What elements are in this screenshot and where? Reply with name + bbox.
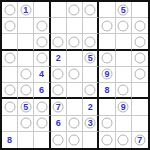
odd-circle-marker bbox=[85, 36, 96, 47]
odd-circle-marker bbox=[101, 53, 112, 64]
cell-r3c6[interactable] bbox=[83, 34, 99, 50]
cell-r5c2[interactable] bbox=[18, 67, 34, 83]
odd-circle-marker bbox=[20, 85, 31, 96]
cell-r1c8[interactable]: 5 bbox=[116, 2, 132, 18]
odd-circle-marker bbox=[85, 85, 96, 96]
odd-circle-marker bbox=[134, 53, 145, 64]
cell-r2c6[interactable] bbox=[83, 18, 99, 34]
given-digit: 5 bbox=[88, 54, 93, 63]
odd-circle-marker bbox=[118, 20, 129, 31]
odd-circle-marker bbox=[69, 4, 80, 15]
cell-r7c5[interactable] bbox=[67, 99, 83, 115]
cell-r1c1[interactable] bbox=[2, 2, 18, 18]
given-digit: 9 bbox=[121, 102, 126, 111]
cell-r4c9[interactable] bbox=[132, 51, 148, 67]
odd-circle-marker bbox=[134, 20, 145, 31]
cell-r1c2[interactable]: 1 bbox=[18, 2, 34, 18]
sudoku-board: 1525496857296387 bbox=[0, 0, 150, 150]
given-digit: 6 bbox=[39, 86, 44, 95]
given-digit: 5 bbox=[121, 5, 126, 14]
cell-r3c7[interactable] bbox=[99, 34, 115, 50]
cell-r4c3[interactable] bbox=[34, 51, 50, 67]
cell-r2c8[interactable] bbox=[116, 18, 132, 34]
cell-r1c4[interactable] bbox=[51, 2, 67, 18]
odd-circle-marker bbox=[101, 134, 112, 145]
cell-r8c7[interactable] bbox=[99, 116, 115, 132]
cell-r7c4[interactable]: 7 bbox=[51, 99, 67, 115]
cell-r8c9[interactable] bbox=[132, 116, 148, 132]
cell-r5c5[interactable] bbox=[67, 67, 83, 83]
given-digit: 4 bbox=[39, 70, 44, 79]
cell-r8c4[interactable]: 6 bbox=[51, 116, 67, 132]
cell-r5c7[interactable]: 9 bbox=[99, 67, 115, 83]
odd-circle-marker bbox=[101, 118, 112, 129]
cell-r4c4[interactable]: 2 bbox=[51, 51, 67, 67]
cell-r6c6[interactable] bbox=[83, 83, 99, 99]
given-digit: 3 bbox=[88, 119, 93, 128]
cell-r5c4[interactable] bbox=[51, 67, 67, 83]
given-digit: 9 bbox=[104, 70, 109, 79]
odd-circle-marker bbox=[36, 118, 47, 129]
cell-r1c7[interactable] bbox=[99, 2, 115, 18]
cell-r7c9[interactable] bbox=[132, 99, 148, 115]
cell-r9c3[interactable] bbox=[34, 132, 50, 148]
cell-r7c1[interactable] bbox=[2, 99, 18, 115]
cell-r2c2[interactable] bbox=[18, 18, 34, 34]
cell-r4c5[interactable] bbox=[67, 51, 83, 67]
given-digit: 2 bbox=[88, 102, 93, 111]
cell-r5c9[interactable] bbox=[132, 67, 148, 83]
given-digit: 5 bbox=[23, 102, 28, 111]
cell-r4c6[interactable]: 5 bbox=[83, 51, 99, 67]
cell-r8c6[interactable]: 3 bbox=[83, 116, 99, 132]
cell-r4c1[interactable] bbox=[2, 51, 18, 67]
given-digit: 7 bbox=[56, 102, 61, 111]
cell-r4c7[interactable] bbox=[99, 51, 115, 67]
cell-r8c2[interactable] bbox=[18, 116, 34, 132]
given-digit: 8 bbox=[104, 86, 109, 95]
odd-circle-marker bbox=[134, 36, 145, 47]
cell-r9c7[interactable] bbox=[99, 132, 115, 148]
cell-r3c5[interactable] bbox=[67, 34, 83, 50]
given-digit: 6 bbox=[56, 119, 61, 128]
odd-circle-marker bbox=[36, 101, 47, 112]
odd-circle-marker bbox=[4, 20, 15, 31]
cell-r3c1[interactable] bbox=[2, 34, 18, 50]
cell-r2c3[interactable] bbox=[34, 18, 50, 34]
odd-circle-marker bbox=[20, 69, 31, 80]
cell-r3c3[interactable] bbox=[34, 34, 50, 50]
cell-r5c3[interactable]: 4 bbox=[34, 67, 50, 83]
cell-r6c4[interactable] bbox=[51, 83, 67, 99]
cell-r6c3[interactable]: 6 bbox=[34, 83, 50, 99]
cell-r7c6[interactable]: 2 bbox=[83, 99, 99, 115]
cell-r7c8[interactable]: 9 bbox=[116, 99, 132, 115]
cell-r3c4[interactable] bbox=[51, 34, 67, 50]
cell-r6c7[interactable]: 8 bbox=[99, 83, 115, 99]
cell-r4c2[interactable] bbox=[18, 51, 34, 67]
odd-circle-marker bbox=[53, 85, 64, 96]
cell-r1c3[interactable] bbox=[34, 2, 50, 18]
cell-r4c8[interactable] bbox=[116, 51, 132, 67]
cell-r9c4[interactable] bbox=[51, 132, 67, 148]
cell-r7c3[interactable] bbox=[34, 99, 50, 115]
cell-r5c6[interactable] bbox=[83, 67, 99, 83]
cell-r3c2[interactable] bbox=[18, 34, 34, 50]
cell-r2c1[interactable] bbox=[2, 18, 18, 34]
odd-circle-marker bbox=[101, 20, 112, 31]
cell-r9c9[interactable]: 7 bbox=[132, 132, 148, 148]
cell-r5c8[interactable] bbox=[116, 67, 132, 83]
cell-r8c3[interactable] bbox=[34, 116, 50, 132]
cell-r2c7[interactable] bbox=[99, 18, 115, 34]
odd-circle-marker bbox=[53, 134, 64, 145]
odd-circle-marker bbox=[118, 134, 129, 145]
odd-circle-marker bbox=[53, 69, 64, 80]
cell-r8c5[interactable] bbox=[67, 116, 83, 132]
cell-r2c5[interactable] bbox=[67, 18, 83, 34]
odd-circle-marker bbox=[36, 36, 47, 47]
odd-circle-marker bbox=[20, 118, 31, 129]
cell-r6c9[interactable] bbox=[132, 83, 148, 99]
given-digit: 7 bbox=[137, 135, 142, 144]
given-digit: 2 bbox=[56, 54, 61, 63]
odd-circle-marker bbox=[36, 20, 47, 31]
odd-circle-marker bbox=[53, 36, 64, 47]
odd-circle-marker bbox=[69, 36, 80, 47]
odd-circle-marker bbox=[69, 69, 80, 80]
odd-circle-marker bbox=[4, 101, 15, 112]
cell-r2c4[interactable] bbox=[51, 18, 67, 34]
cell-r1c5[interactable] bbox=[67, 2, 83, 18]
cell-r8c8[interactable] bbox=[116, 116, 132, 132]
odd-circle-marker bbox=[36, 53, 47, 64]
odd-circle-marker bbox=[85, 4, 96, 15]
cell-r5c1[interactable] bbox=[2, 67, 18, 83]
cell-r7c7[interactable] bbox=[99, 99, 115, 115]
cell-r9c6[interactable] bbox=[83, 132, 99, 148]
cell-r6c1[interactable] bbox=[2, 83, 18, 99]
cell-r3c9[interactable] bbox=[132, 34, 148, 50]
odd-circle-marker bbox=[118, 85, 129, 96]
cell-r6c8[interactable] bbox=[116, 83, 132, 99]
cell-r7c2[interactable]: 5 bbox=[18, 99, 34, 115]
given-digit: 8 bbox=[7, 135, 12, 144]
cell-r3c8[interactable] bbox=[116, 34, 132, 50]
cell-r8c1[interactable] bbox=[2, 116, 18, 132]
cell-r6c5[interactable] bbox=[67, 83, 83, 99]
odd-circle-marker bbox=[69, 134, 80, 145]
cell-r9c8[interactable] bbox=[116, 132, 132, 148]
given-digit: 1 bbox=[23, 5, 28, 14]
odd-circle-marker bbox=[4, 85, 15, 96]
cell-r2c9[interactable] bbox=[132, 18, 148, 34]
cell-r6c2[interactable] bbox=[18, 83, 34, 99]
cell-r1c6[interactable] bbox=[83, 2, 99, 18]
cell-r9c5[interactable] bbox=[67, 132, 83, 148]
cell-r1c9[interactable] bbox=[132, 2, 148, 18]
odd-circle-marker bbox=[4, 53, 15, 64]
cell-r9c1[interactable]: 8 bbox=[2, 132, 18, 148]
cell-r9c2[interactable] bbox=[18, 132, 34, 148]
odd-circle-marker bbox=[4, 4, 15, 15]
odd-circle-marker bbox=[69, 118, 80, 129]
odd-circle-marker bbox=[134, 69, 145, 80]
